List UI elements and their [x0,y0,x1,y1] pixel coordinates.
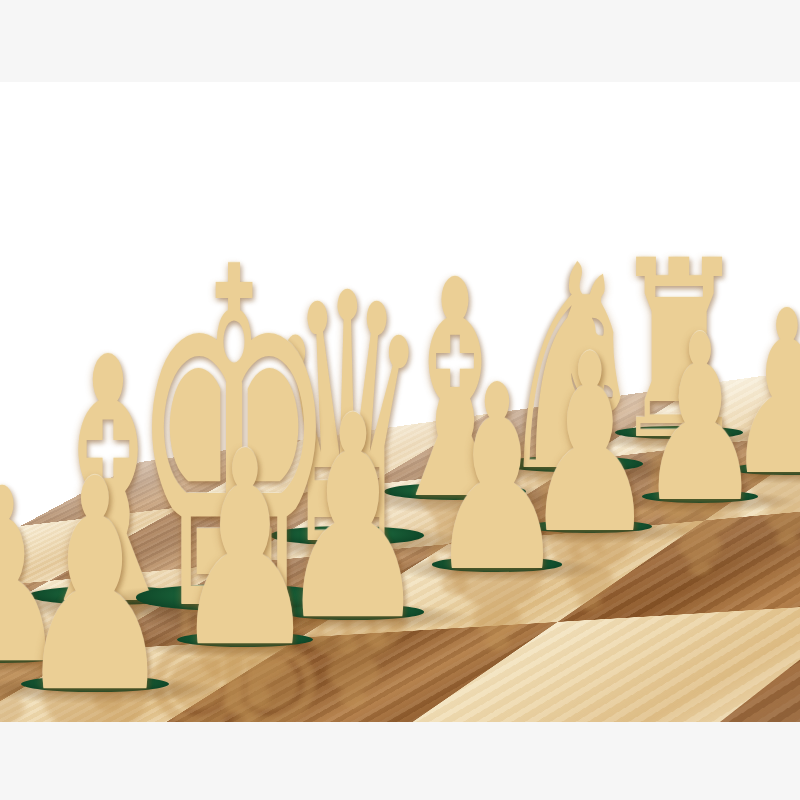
screenshot-frame: ♜♜♞♞♟♟♝♝♟♟♟♟♛♛♟♟♝♝♚♚♟♟♟♟♟♟♟♟ [0,0,800,800]
backdrop-top-band [0,0,800,82]
chess-board [0,122,800,722]
chess-set-photo: ♜♜♞♞♟♟♝♝♟♟♟♟♛♛♟♟♝♝♚♚♟♟♟♟♟♟♟♟ [0,82,800,722]
backdrop-bottom-band [0,722,800,800]
